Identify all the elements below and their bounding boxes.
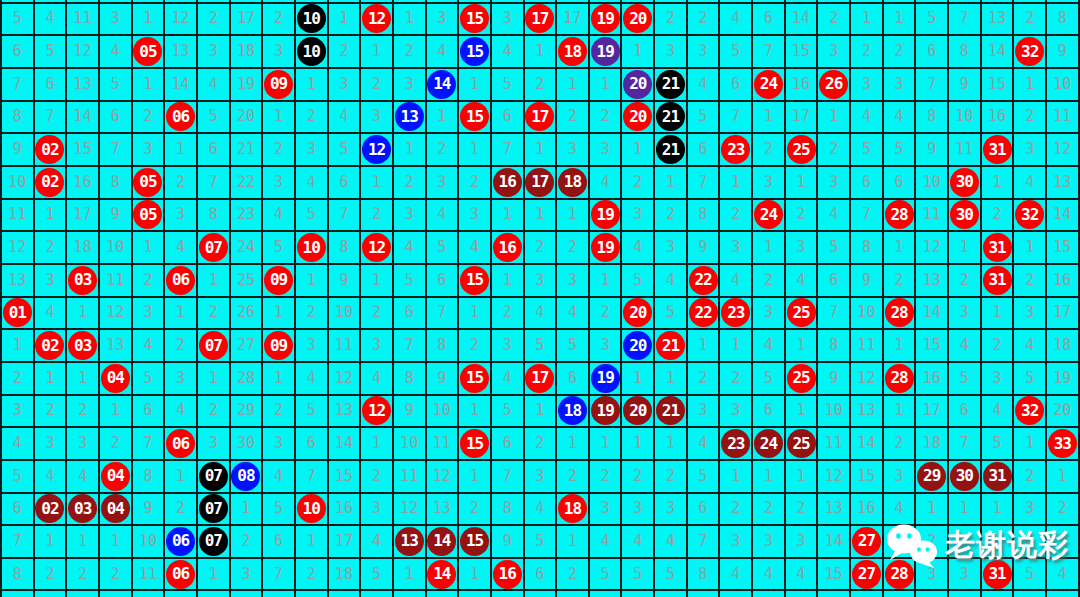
miss-count: 2 xyxy=(45,403,54,418)
cell-r6-c24: 3 xyxy=(753,167,786,200)
ball-25: 25 xyxy=(787,364,816,393)
miss-count: 17 xyxy=(563,11,581,26)
cell-r19-c23 xyxy=(720,591,753,597)
cell-r1-c8: 17 xyxy=(231,4,264,37)
ball-17: 17 xyxy=(525,4,554,33)
cell-r10-c11: 10 xyxy=(329,298,362,331)
cell-r9-c27: 9 xyxy=(851,265,884,298)
miss-count: 2 xyxy=(699,11,708,26)
cell-r4-c29: 8 xyxy=(916,102,949,135)
cell-r19-c20 xyxy=(622,591,655,597)
cell-r10-c9: 1 xyxy=(263,298,296,331)
miss-count: 7 xyxy=(111,142,120,157)
cell-r1-c18: 17 xyxy=(557,4,590,37)
cell-r16-c17: 4 xyxy=(525,494,558,527)
miss-count: 1 xyxy=(764,240,773,255)
miss-count: 4 xyxy=(372,534,381,549)
cell-r4-c17: 17 xyxy=(525,102,558,135)
cell-r19-c22 xyxy=(688,591,721,597)
cell-r4-c8: 20 xyxy=(231,102,264,135)
miss-count: 5 xyxy=(274,501,283,516)
cell-r11-c5: 4 xyxy=(133,330,166,363)
cell-r7-c5: 05 xyxy=(133,200,166,233)
miss-count: 3 xyxy=(437,175,446,190)
cell-r4-c23: 7 xyxy=(720,102,753,135)
cell-r10-c31: 1 xyxy=(982,298,1015,331)
cell-r7-c1: 11 xyxy=(2,200,35,233)
miss-count: 9 xyxy=(437,371,446,386)
cell-r1-c20: 20 xyxy=(622,4,655,37)
cell-r3-c27: 3 xyxy=(851,69,884,102)
cell-r1-c22: 2 xyxy=(688,4,721,37)
cell-r5-c25: 25 xyxy=(786,134,819,167)
cell-r13-c9: 2 xyxy=(263,396,296,429)
miss-count: 3 xyxy=(470,207,479,222)
cell-r2-c21: 3 xyxy=(655,36,688,69)
ball-31: 31 xyxy=(983,266,1012,295)
miss-count: 6 xyxy=(895,175,904,190)
ball-32: 32 xyxy=(1015,37,1044,66)
miss-count: 14 xyxy=(1053,207,1071,222)
miss-count: 6 xyxy=(111,109,120,124)
miss-count: 1 xyxy=(1025,77,1034,92)
cell-r8-c30: 1 xyxy=(949,232,982,265)
cell-r19-c5 xyxy=(133,591,166,597)
miss-count: 10 xyxy=(857,305,875,320)
ball-19: 19 xyxy=(591,200,620,229)
miss-count: 7 xyxy=(960,11,969,26)
cell-r18-c8: 3 xyxy=(231,559,264,592)
miss-count: 2 xyxy=(339,44,348,59)
cell-r13-c13: 9 xyxy=(394,396,427,429)
cell-r15-c11: 15 xyxy=(329,461,362,494)
miss-count: 5 xyxy=(13,469,22,484)
cell-r11-c10: 3 xyxy=(296,330,329,363)
miss-count: 2 xyxy=(535,240,544,255)
cell-r4-c28: 4 xyxy=(884,102,917,135)
cell-r5-c5: 3 xyxy=(133,134,166,167)
miss-count: 1 xyxy=(633,436,642,451)
cell-r15-c4: 04 xyxy=(100,461,133,494)
ball-02: 02 xyxy=(35,331,64,360)
cell-r7-c19: 19 xyxy=(590,200,623,233)
cell-r12-c9: 1 xyxy=(263,363,296,396)
miss-count: 25 xyxy=(237,273,255,288)
cell-r18-c22: 8 xyxy=(688,559,721,592)
cell-r9-c20: 5 xyxy=(622,265,655,298)
cell-r8-c19: 19 xyxy=(590,232,623,265)
miss-count: 13 xyxy=(857,403,875,418)
miss-count: 6 xyxy=(764,403,773,418)
cell-r7-c30: 30 xyxy=(949,200,982,233)
ball-18: 18 xyxy=(558,37,587,66)
cell-r13-c17: 1 xyxy=(525,396,558,429)
cell-r10-c23: 23 xyxy=(720,298,753,331)
miss-count: 1 xyxy=(568,436,577,451)
cell-r5-c14: 2 xyxy=(427,134,460,167)
miss-count: 2 xyxy=(209,305,218,320)
miss-count: 2 xyxy=(633,175,642,190)
miss-count: 5 xyxy=(666,305,675,320)
miss-count: 3 xyxy=(666,44,675,59)
cell-r17-c6: 06 xyxy=(165,526,198,559)
ball-20: 20 xyxy=(623,396,652,425)
miss-count: 17 xyxy=(923,403,941,418)
miss-count: 6 xyxy=(405,305,414,320)
miss-count: 18 xyxy=(1053,338,1071,353)
miss-count: 5 xyxy=(633,273,642,288)
cell-r12-c24: 5 xyxy=(753,363,786,396)
miss-count: 5 xyxy=(862,142,871,157)
cell-r1-c6: 12 xyxy=(165,4,198,37)
cell-r17-c2: 1 xyxy=(35,526,68,559)
cell-r2-c10: 10 xyxy=(296,36,329,69)
cell-r9-c15: 15 xyxy=(459,265,492,298)
miss-count: 2 xyxy=(1025,273,1034,288)
miss-count: 13 xyxy=(988,11,1006,26)
cell-r14-c7: 3 xyxy=(198,428,231,461)
miss-count: 4 xyxy=(1025,175,1034,190)
miss-count: 2 xyxy=(111,436,120,451)
miss-count: 14 xyxy=(923,305,941,320)
ball-30: 30 xyxy=(950,462,979,491)
miss-count: 11 xyxy=(106,273,124,288)
miss-count: 29 xyxy=(237,403,255,418)
miss-count: 1 xyxy=(1025,436,1034,451)
cell-r12-c32: 5 xyxy=(1014,363,1047,396)
cell-r12-c31: 3 xyxy=(982,363,1015,396)
miss-count: 1 xyxy=(829,109,838,124)
miss-count: 5 xyxy=(307,403,316,418)
miss-count: 4 xyxy=(13,436,22,451)
miss-count: 5 xyxy=(405,273,414,288)
cell-r19-c19 xyxy=(590,591,623,597)
cell-r13-c24: 6 xyxy=(753,396,786,429)
cell-r13-c25: 1 xyxy=(786,396,819,429)
cell-r15-c30: 30 xyxy=(949,461,982,494)
cell-r14-c25: 25 xyxy=(786,428,819,461)
cell-r19-c28 xyxy=(884,591,917,597)
cell-r14-c26: 11 xyxy=(818,428,851,461)
ball-31: 31 xyxy=(983,233,1012,262)
cell-r6-c2: 02 xyxy=(35,167,68,200)
miss-count: 1 xyxy=(405,567,414,582)
cell-r18-c21: 5 xyxy=(655,559,688,592)
cell-r18-c18: 2 xyxy=(557,559,590,592)
cell-r18-c19: 5 xyxy=(590,559,623,592)
cell-r11-c9: 09 xyxy=(263,330,296,363)
ball-16: 16 xyxy=(493,560,522,589)
miss-count: 3 xyxy=(568,142,577,157)
miss-count: 2 xyxy=(568,567,577,582)
cell-r10-c22: 22 xyxy=(688,298,721,331)
ball-04: 04 xyxy=(101,494,130,523)
cell-r3-c6: 14 xyxy=(165,69,198,102)
cell-r6-c25: 1 xyxy=(786,167,819,200)
miss-count: 3 xyxy=(601,501,610,516)
cell-r8-c2: 2 xyxy=(35,232,68,265)
cell-r10-c7: 2 xyxy=(198,298,231,331)
cell-r8-c13: 4 xyxy=(394,232,427,265)
miss-count: 4 xyxy=(143,338,152,353)
cell-r1-c15: 15 xyxy=(459,4,492,37)
ball-31: 31 xyxy=(983,462,1012,491)
miss-count: 1 xyxy=(307,534,316,549)
miss-count: 1 xyxy=(372,273,381,288)
cell-r19-c3 xyxy=(67,591,100,597)
cell-r17-c4: 1 xyxy=(100,526,133,559)
cell-r4-c10: 2 xyxy=(296,102,329,135)
cell-r4-c18: 2 xyxy=(557,102,590,135)
miss-count: 13 xyxy=(8,273,26,288)
miss-count: 1 xyxy=(274,109,283,124)
cell-r14-c11: 14 xyxy=(329,428,362,461)
cell-r13-c26: 10 xyxy=(818,396,851,429)
cell-r4-c7: 5 xyxy=(198,102,231,135)
miss-count: 2 xyxy=(1025,469,1034,484)
miss-count: 12 xyxy=(106,305,124,320)
miss-count: 4 xyxy=(45,469,54,484)
cell-r7-c20: 3 xyxy=(622,200,655,233)
cell-r9-c17: 3 xyxy=(525,265,558,298)
cell-r6-c22: 7 xyxy=(688,167,721,200)
miss-count: 7 xyxy=(13,77,22,92)
cell-r2-c3: 12 xyxy=(67,36,100,69)
miss-count: 2 xyxy=(960,273,969,288)
cell-r5-c13: 1 xyxy=(394,134,427,167)
miss-count: 1 xyxy=(535,142,544,157)
cell-r16-c23: 2 xyxy=(720,494,753,527)
miss-count: 3 xyxy=(895,469,904,484)
miss-count: 12 xyxy=(923,240,941,255)
ball-17: 17 xyxy=(525,102,554,131)
miss-count: 5 xyxy=(601,567,610,582)
miss-count: 4 xyxy=(274,207,283,222)
cell-r3-c8: 19 xyxy=(231,69,264,102)
cell-r2-c17: 1 xyxy=(525,36,558,69)
cell-r15-c1: 5 xyxy=(2,461,35,494)
miss-count: 1 xyxy=(666,436,675,451)
cell-r1-c19: 19 xyxy=(590,4,623,37)
cell-r19-c16 xyxy=(492,591,525,597)
cell-r11-c8: 27 xyxy=(231,330,264,363)
cell-r17-c23: 3 xyxy=(720,526,753,559)
miss-count: 4 xyxy=(176,403,185,418)
miss-count: 2 xyxy=(1025,11,1034,26)
miss-count: 12 xyxy=(400,501,418,516)
cell-r1-c12: 12 xyxy=(361,4,394,37)
miss-count: 4 xyxy=(633,534,642,549)
ball-10: 10 xyxy=(297,494,326,523)
miss-count: 15 xyxy=(988,77,1006,92)
miss-count: 5 xyxy=(209,109,218,124)
miss-count: 1 xyxy=(535,207,544,222)
cell-r8-c12: 12 xyxy=(361,232,394,265)
cell-r16-c11: 16 xyxy=(329,494,362,527)
miss-count: 5 xyxy=(927,11,936,26)
cell-r10-c14: 7 xyxy=(427,298,460,331)
miss-count: 1 xyxy=(666,175,675,190)
cell-r13-c22: 3 xyxy=(688,396,721,429)
cell-r15-c26: 12 xyxy=(818,461,851,494)
miss-count: 4 xyxy=(111,44,120,59)
miss-count: 2 xyxy=(666,469,675,484)
cell-r15-c28: 3 xyxy=(884,461,917,494)
cell-r8-c18: 2 xyxy=(557,232,590,265)
cell-r12-c5: 5 xyxy=(133,363,166,396)
cell-r16-c15: 2 xyxy=(459,494,492,527)
miss-count: 1 xyxy=(307,77,316,92)
cell-r8-c3: 18 xyxy=(67,232,100,265)
cell-r12-c33: 19 xyxy=(1047,363,1080,396)
miss-count: 1 xyxy=(143,11,152,26)
cell-r6-c10: 4 xyxy=(296,167,329,200)
cell-r15-c7: 07 xyxy=(198,461,231,494)
cell-r12-c16: 4 xyxy=(492,363,525,396)
miss-count: 1 xyxy=(143,77,152,92)
miss-count: 4 xyxy=(731,567,740,582)
cell-r2-c22: 3 xyxy=(688,36,721,69)
cell-r3-c30: 9 xyxy=(949,69,982,102)
cell-r1-c31: 13 xyxy=(982,4,1015,37)
miss-count: 3 xyxy=(535,273,544,288)
cell-r19-c9 xyxy=(263,591,296,597)
miss-count: 4 xyxy=(1058,567,1067,582)
cell-r5-c10: 3 xyxy=(296,134,329,167)
cell-r13-c18: 18 xyxy=(557,396,590,429)
cell-r7-c25: 2 xyxy=(786,200,819,233)
miss-count: 6 xyxy=(699,501,708,516)
ball-27: 27 xyxy=(852,527,881,556)
cell-r15-c27: 15 xyxy=(851,461,884,494)
miss-count: 3 xyxy=(1025,501,1034,516)
miss-count: 1 xyxy=(470,305,479,320)
miss-count: 11 xyxy=(139,567,157,582)
ball-14: 14 xyxy=(427,70,456,99)
cell-r16-c19: 3 xyxy=(590,494,623,527)
miss-count: 8 xyxy=(862,240,871,255)
ball-04: 04 xyxy=(101,462,130,491)
miss-count: 6 xyxy=(339,175,348,190)
cell-r1-c4: 3 xyxy=(100,4,133,37)
cell-r7-c27: 7 xyxy=(851,200,884,233)
cell-r11-c4: 13 xyxy=(100,330,133,363)
miss-count: 3 xyxy=(143,305,152,320)
cell-r2-c1: 6 xyxy=(2,36,35,69)
miss-count: 14 xyxy=(335,436,353,451)
cell-r17-c18: 1 xyxy=(557,526,590,559)
cell-r12-c23: 2 xyxy=(720,363,753,396)
miss-count: 17 xyxy=(1053,305,1071,320)
miss-count: 23 xyxy=(237,207,255,222)
miss-count: 17 xyxy=(792,109,810,124)
cell-r7-c22: 8 xyxy=(688,200,721,233)
ball-20: 20 xyxy=(623,70,652,99)
cell-r5-c11: 5 xyxy=(329,134,362,167)
miss-count: 2 xyxy=(535,436,544,451)
cell-r15-c3: 4 xyxy=(67,461,100,494)
ball-07: 07 xyxy=(199,331,228,360)
miss-count: 3 xyxy=(797,240,806,255)
miss-count: 7 xyxy=(339,207,348,222)
miss-count: 3 xyxy=(731,403,740,418)
cell-r16-c2: 02 xyxy=(35,494,68,527)
cell-r11-c16: 3 xyxy=(492,330,525,363)
miss-count: 1 xyxy=(45,371,54,386)
miss-count: 2 xyxy=(372,77,381,92)
cell-r6-c8: 22 xyxy=(231,167,264,200)
miss-count: 4 xyxy=(78,469,87,484)
cell-r13-c5: 6 xyxy=(133,396,166,429)
cell-r10-c18: 4 xyxy=(557,298,590,331)
ball-21: 21 xyxy=(656,331,685,360)
cell-r10-c28: 28 xyxy=(884,298,917,331)
miss-count: 6 xyxy=(535,567,544,582)
cell-r3-c24: 24 xyxy=(753,69,786,102)
ball-28: 28 xyxy=(885,298,914,327)
miss-count: 7 xyxy=(45,109,54,124)
miss-count: 12 xyxy=(1053,142,1071,157)
cell-r11-c7: 07 xyxy=(198,330,231,363)
cell-r3-c20: 20 xyxy=(622,69,655,102)
cell-r13-c30: 6 xyxy=(949,396,982,429)
cell-r9-c25: 4 xyxy=(786,265,819,298)
cell-r6-c13: 2 xyxy=(394,167,427,200)
cell-r2-c30: 8 xyxy=(949,36,982,69)
cell-r8-c33: 15 xyxy=(1047,232,1080,265)
miss-count: 9 xyxy=(143,501,152,516)
miss-count: 1 xyxy=(274,305,283,320)
cell-r19-c26 xyxy=(818,591,851,597)
miss-count: 8 xyxy=(829,338,838,353)
cell-r18-c4: 2 xyxy=(100,559,133,592)
cell-r19-c24 xyxy=(753,591,786,597)
miss-count: 10 xyxy=(139,534,157,549)
ball-26: 26 xyxy=(819,70,848,99)
cell-r1-c27: 1 xyxy=(851,4,884,37)
wechat-icon xyxy=(884,522,940,568)
cell-r18-c5: 11 xyxy=(133,559,166,592)
miss-count: 1 xyxy=(895,403,904,418)
cell-r9-c2: 3 xyxy=(35,265,68,298)
miss-count: 3 xyxy=(731,534,740,549)
miss-count: 5 xyxy=(535,338,544,353)
cell-r13-c20: 20 xyxy=(622,396,655,429)
cell-r18-c9: 7 xyxy=(263,559,296,592)
miss-count: 2 xyxy=(405,175,414,190)
cell-r10-c21: 5 xyxy=(655,298,688,331)
cell-r9-c30: 2 xyxy=(949,265,982,298)
miss-count: 4 xyxy=(437,207,446,222)
cell-r12-c6: 3 xyxy=(165,363,198,396)
cell-r9-c7: 1 xyxy=(198,265,231,298)
cell-r7-c9: 4 xyxy=(263,200,296,233)
cell-r13-c15: 1 xyxy=(459,396,492,429)
miss-count: 3 xyxy=(829,44,838,59)
miss-count: 3 xyxy=(372,501,381,516)
miss-count: 7 xyxy=(405,338,414,353)
cell-r15-c21: 2 xyxy=(655,461,688,494)
cell-r3-c14: 14 xyxy=(427,69,460,102)
miss-count: 4 xyxy=(503,371,512,386)
miss-count: 6 xyxy=(927,44,936,59)
miss-count: 1 xyxy=(895,338,904,353)
miss-count: 7 xyxy=(829,305,838,320)
miss-count: 7 xyxy=(764,44,773,59)
cell-r4-c11: 4 xyxy=(329,102,362,135)
miss-count: 18 xyxy=(335,567,353,582)
miss-count: 2 xyxy=(45,240,54,255)
